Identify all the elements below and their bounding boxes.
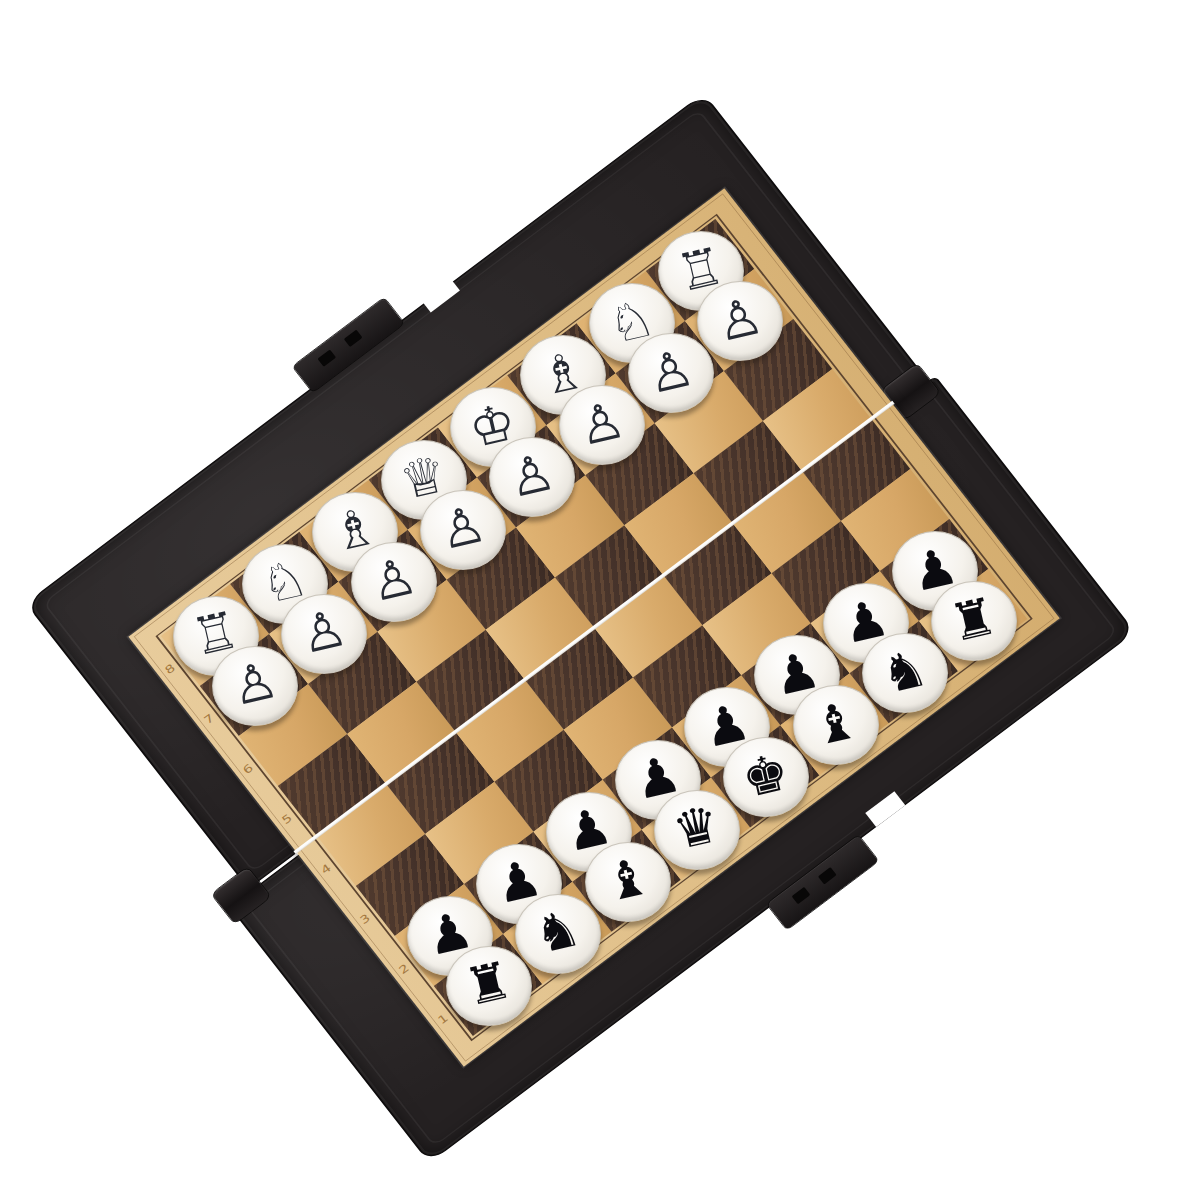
black-piece-glyph: ♞ (530, 902, 586, 962)
piece-white-pawn-h2[interactable]: ♙ (697, 281, 783, 361)
piece-black-queen-d8[interactable]: ♛ (654, 790, 740, 870)
black-piece-glyph: ♜ (461, 954, 517, 1014)
border-digit: 5 (276, 809, 299, 830)
piece-white-pawn-f2[interactable]: ♙ (559, 385, 645, 465)
white-piece-glyph: ♙ (227, 654, 283, 714)
black-piece-glyph: ♞ (876, 641, 932, 701)
border-digit: 3 (354, 909, 377, 930)
white-piece-glyph: ♙ (642, 341, 698, 401)
piece-black-bishop-c8[interactable]: ♝ (585, 842, 671, 922)
piece-white-pawn-c2[interactable]: ♙ (351, 542, 437, 622)
piece-white-pawn-g2[interactable]: ♙ (628, 333, 714, 413)
latch-slot (818, 867, 837, 884)
border-digit: 6 (237, 759, 260, 780)
white-piece-glyph: ♙ (573, 393, 629, 453)
black-piece-glyph: ♜ (946, 589, 1002, 649)
white-piece-glyph: ♙ (296, 602, 352, 662)
border-digit: 2 (393, 959, 416, 980)
latch-slot (317, 349, 336, 366)
border-digit: 8 (159, 659, 182, 680)
piece-black-rook-h8[interactable]: ♜ (931, 581, 1017, 661)
border-digit: 4 (315, 859, 338, 880)
border-digit: 1 (432, 1009, 455, 1030)
border-digit: 7 (198, 709, 221, 730)
piece-black-bishop-f8[interactable]: ♝ (793, 685, 879, 765)
latch-slot (792, 887, 811, 904)
black-piece-glyph: ♚ (738, 745, 794, 805)
piece-black-knight-g8[interactable]: ♞ (862, 633, 948, 713)
product-photo-stage: 87654321 ♖♙♘♙♗♙♔♙♕♙♗♟♙♘♜♟♙♖♞♟♙♝♟♚♟♛♟♝♟♞♟… (0, 0, 1200, 1200)
black-piece-glyph: ♝ (599, 850, 655, 910)
white-piece-glyph: ♙ (712, 289, 768, 349)
white-piece-glyph: ♙ (434, 498, 490, 558)
white-piece-glyph: ♙ (504, 445, 560, 505)
latch-slot (344, 330, 363, 347)
white-piece-glyph: ♙ (365, 550, 421, 610)
piece-black-knight-b8[interactable]: ♞ (515, 894, 601, 974)
piece-white-pawn-b2[interactable]: ♙ (281, 594, 367, 674)
black-piece-glyph: ♛ (668, 798, 724, 858)
piece-black-rook-a8[interactable]: ♜ (446, 946, 532, 1026)
piece-white-pawn-d2[interactable]: ♙ (420, 490, 506, 570)
black-piece-glyph: ♝ (807, 693, 863, 753)
piece-white-pawn-a2[interactable]: ♙ (212, 646, 298, 726)
